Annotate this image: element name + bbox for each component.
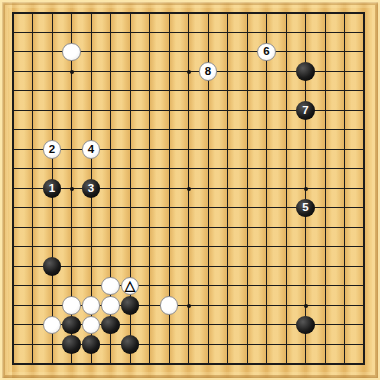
stone-black [62,335,81,354]
stone-black [121,296,140,315]
triangle-mark-icon: △ [125,279,135,293]
stone-white [101,277,120,296]
star-point [187,187,191,191]
star-point [187,304,191,308]
stone-black [101,316,120,335]
stone-black-move-7: 7 [296,101,315,120]
stone-white-move-8: 8 [199,62,218,81]
stone-black [296,316,315,335]
stone-black [43,257,62,276]
stone-white-triangle: △ [121,277,140,296]
stone-white [82,316,101,335]
go-board[interactable]: 68724135△ [0,0,380,380]
stone-black [82,335,101,354]
star-point [304,304,308,308]
stone-black-move-1: 1 [43,179,62,198]
stone-black [62,316,81,335]
stone-white-move-6: 6 [257,43,276,62]
stone-black [296,62,315,81]
stone-black-move-5: 5 [296,199,315,218]
stone-white-move-4: 4 [82,140,101,159]
star-point [304,187,308,191]
star-point [70,187,74,191]
stone-white [82,296,101,315]
stone-white [160,296,179,315]
stone-white [62,43,81,62]
stone-white [62,296,81,315]
stone-white [43,316,62,335]
stone-black [121,335,140,354]
stone-white [101,296,120,315]
stone-white-move-2: 2 [43,140,62,159]
go-board-grid: 68724135△ [3,3,374,374]
stone-black-move-3: 3 [82,179,101,198]
star-point [187,70,191,74]
star-point [70,70,74,74]
